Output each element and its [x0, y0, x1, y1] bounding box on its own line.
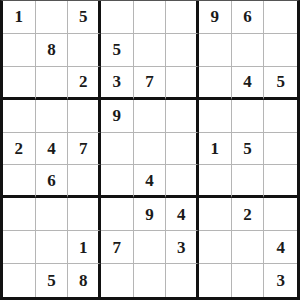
cell-r3c9[interactable]: 5 — [264, 67, 297, 100]
cell-r5c1[interactable]: 2 — [3, 133, 36, 166]
cell-r7c9[interactable] — [264, 198, 297, 231]
cell-r7c6[interactable]: 4 — [166, 198, 199, 231]
cell-r7c7[interactable] — [199, 198, 232, 231]
cell-r3c5[interactable]: 7 — [134, 67, 167, 100]
cell-r7c2[interactable] — [36, 198, 69, 231]
cell-r1c7[interactable]: 9 — [199, 1, 232, 34]
sudoku-board: 15968523745924715649421734583 — [0, 0, 300, 300]
cell-r3c4[interactable]: 3 — [101, 67, 134, 100]
cell-r2c9[interactable] — [264, 34, 297, 67]
cell-r2c4[interactable]: 5 — [101, 34, 134, 67]
cell-r2c7[interactable] — [199, 34, 232, 67]
cell-r9c1[interactable] — [3, 264, 36, 297]
cell-r9c6[interactable] — [166, 264, 199, 297]
cell-r6c2[interactable]: 6 — [36, 165, 69, 198]
cell-r7c4[interactable] — [101, 198, 134, 231]
cell-r8c7[interactable] — [199, 231, 232, 264]
cell-r2c6[interactable] — [166, 34, 199, 67]
cell-r6c4[interactable] — [101, 165, 134, 198]
cell-r6c1[interactable] — [3, 165, 36, 198]
cell-r8c1[interactable] — [3, 231, 36, 264]
cell-r8c3[interactable]: 1 — [68, 231, 101, 264]
cell-r4c9[interactable] — [264, 100, 297, 133]
cell-r3c7[interactable] — [199, 67, 232, 100]
cell-r1c9[interactable] — [264, 1, 297, 34]
cell-r7c3[interactable] — [68, 198, 101, 231]
cell-r5c8[interactable]: 5 — [232, 133, 265, 166]
cell-r5c6[interactable] — [166, 133, 199, 166]
cell-r4c1[interactable] — [3, 100, 36, 133]
cell-r6c3[interactable] — [68, 165, 101, 198]
cell-r1c1[interactable]: 1 — [3, 1, 36, 34]
cell-r5c5[interactable] — [134, 133, 167, 166]
cell-r4c5[interactable] — [134, 100, 167, 133]
cell-r1c3[interactable]: 5 — [68, 1, 101, 34]
cell-r8c5[interactable] — [134, 231, 167, 264]
cell-r2c8[interactable] — [232, 34, 265, 67]
cell-r2c2[interactable]: 8 — [36, 34, 69, 67]
cell-r3c6[interactable] — [166, 67, 199, 100]
cell-r6c5[interactable]: 4 — [134, 165, 167, 198]
cell-r8c8[interactable] — [232, 231, 265, 264]
cell-r1c6[interactable] — [166, 1, 199, 34]
cell-r3c3[interactable]: 2 — [68, 67, 101, 100]
cell-r7c1[interactable] — [3, 198, 36, 231]
cell-r1c5[interactable] — [134, 1, 167, 34]
cell-r6c9[interactable] — [264, 165, 297, 198]
cell-r1c8[interactable]: 6 — [232, 1, 265, 34]
cell-r4c4[interactable]: 9 — [101, 100, 134, 133]
cell-r3c8[interactable]: 4 — [232, 67, 265, 100]
cell-r9c8[interactable] — [232, 264, 265, 297]
cell-r6c8[interactable] — [232, 165, 265, 198]
cell-r8c4[interactable]: 7 — [101, 231, 134, 264]
cell-r9c9[interactable]: 3 — [264, 264, 297, 297]
cell-r3c1[interactable] — [3, 67, 36, 100]
cell-r9c3[interactable]: 8 — [68, 264, 101, 297]
cell-r4c3[interactable] — [68, 100, 101, 133]
cell-r4c8[interactable] — [232, 100, 265, 133]
cell-r6c6[interactable] — [166, 165, 199, 198]
cell-r9c5[interactable] — [134, 264, 167, 297]
cell-r1c4[interactable] — [101, 1, 134, 34]
cell-r2c1[interactable] — [3, 34, 36, 67]
cell-r7c8[interactable]: 2 — [232, 198, 265, 231]
cell-r1c2[interactable] — [36, 1, 69, 34]
cell-r4c2[interactable] — [36, 100, 69, 133]
cell-r4c6[interactable] — [166, 100, 199, 133]
cell-r4c7[interactable] — [199, 100, 232, 133]
cell-r5c2[interactable]: 4 — [36, 133, 69, 166]
cell-r9c7[interactable] — [199, 264, 232, 297]
cell-r5c7[interactable]: 1 — [199, 133, 232, 166]
cell-r8c9[interactable]: 4 — [264, 231, 297, 264]
cell-r2c5[interactable] — [134, 34, 167, 67]
cell-r2c3[interactable] — [68, 34, 101, 67]
cell-r9c2[interactable]: 5 — [36, 264, 69, 297]
cell-r9c4[interactable] — [101, 264, 134, 297]
cell-r3c2[interactable] — [36, 67, 69, 100]
cell-r5c4[interactable] — [101, 133, 134, 166]
cell-r8c6[interactable]: 3 — [166, 231, 199, 264]
cell-r8c2[interactable] — [36, 231, 69, 264]
cell-r5c9[interactable] — [264, 133, 297, 166]
cell-r7c5[interactable]: 9 — [134, 198, 167, 231]
cell-r6c7[interactable] — [199, 165, 232, 198]
cell-r5c3[interactable]: 7 — [68, 133, 101, 166]
